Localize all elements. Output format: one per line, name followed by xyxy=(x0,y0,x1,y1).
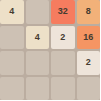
tile-2-r3c4: 2 xyxy=(77,51,101,75)
empty-cell-r4c2 xyxy=(26,77,50,101)
tile-16-r2c4: 16 xyxy=(77,26,101,50)
empty-cell-r2c1 xyxy=(0,26,24,50)
tile-32-r1c3: 32 xyxy=(51,0,75,24)
empty-cell-r3c2 xyxy=(26,51,50,75)
empty-cell-r3c3 xyxy=(51,51,75,75)
tile-4-r1c1: 4 xyxy=(0,0,24,24)
empty-cell-r4c1 xyxy=(0,77,24,101)
empty-cell-r1c2 xyxy=(26,0,50,24)
empty-cell-r3c1 xyxy=(0,51,24,75)
tile-8-r1c4: 8 xyxy=(77,0,101,24)
empty-cell-r4c3 xyxy=(51,77,75,101)
tile-2-r2c3: 2 xyxy=(51,26,75,50)
board-2048[interactable]: 432842162 xyxy=(0,0,100,100)
empty-cell-r4c4 xyxy=(77,77,101,101)
tile-4-r2c2: 4 xyxy=(26,26,50,50)
